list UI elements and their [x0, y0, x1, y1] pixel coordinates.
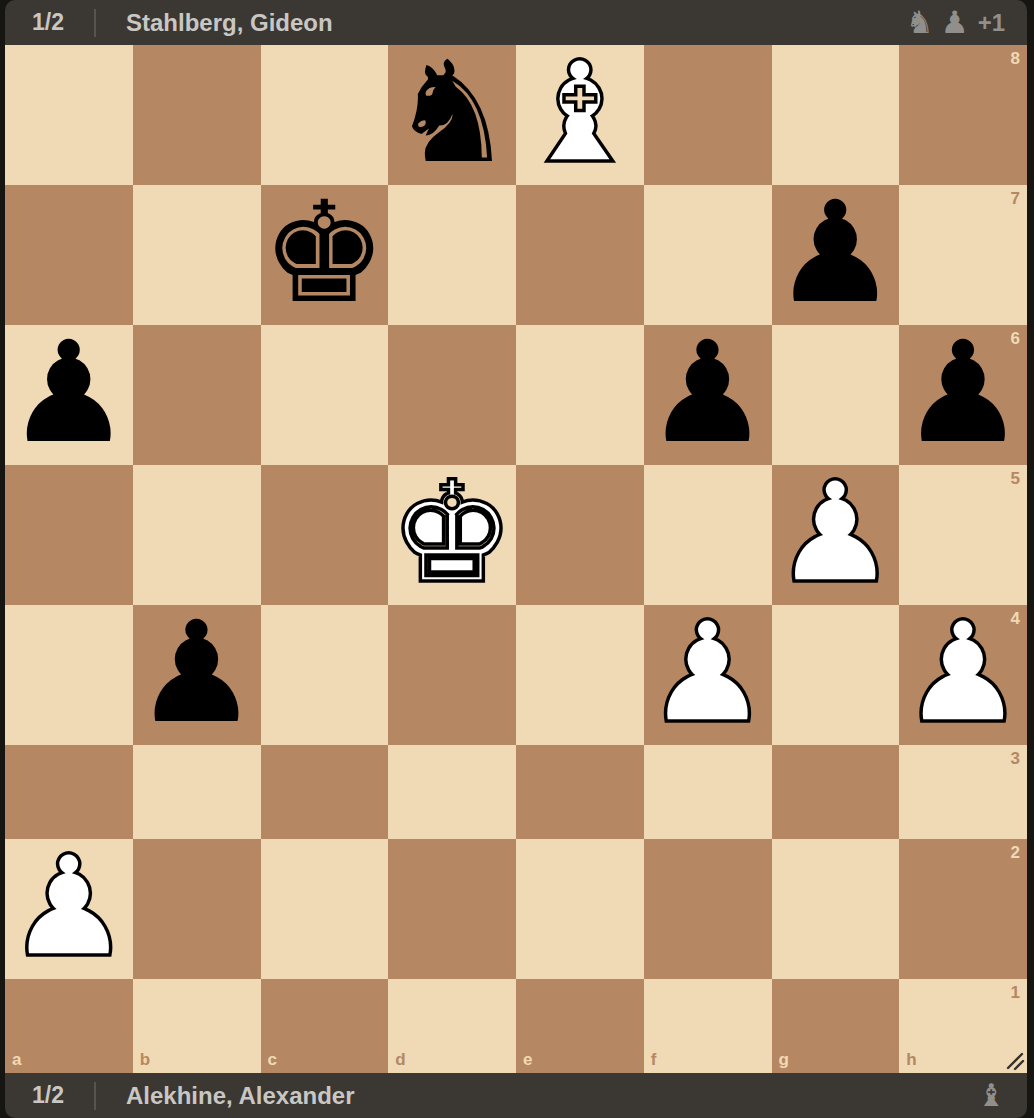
square-e8[interactable]: ♝ [516, 45, 644, 185]
square-a6[interactable]: ♟ [5, 325, 133, 465]
knight-icon: ♞ [906, 7, 934, 38]
white-pawn[interactable]: ♟ [773, 463, 899, 603]
square-f3[interactable] [644, 745, 772, 839]
square-f4[interactable]: ♟ [644, 605, 772, 745]
file-label-d: d [395, 1051, 405, 1068]
material-advantage-badge: +1 [978, 9, 1005, 37]
black-pawn[interactable]: ♟ [6, 323, 132, 463]
top-captured-pieces: ♞♟ [906, 7, 969, 38]
white-pawn[interactable]: ♟ [6, 837, 132, 977]
square-c8[interactable] [261, 45, 389, 185]
bottom-player-result: 1/2 [32, 1082, 82, 1109]
square-d2[interactable] [388, 839, 516, 979]
square-f8[interactable] [644, 45, 772, 185]
square-h4[interactable]: 4♟ [899, 605, 1027, 745]
square-d5[interactable]: ♚ [388, 465, 516, 605]
file-label-f: f [651, 1051, 657, 1068]
rank-label-2: 2 [1011, 844, 1020, 861]
square-c4[interactable] [261, 605, 389, 745]
square-g2[interactable] [772, 839, 900, 979]
square-f2[interactable] [644, 839, 772, 979]
square-e6[interactable] [516, 325, 644, 465]
square-f6[interactable]: ♟ [644, 325, 772, 465]
square-b3[interactable] [133, 745, 261, 839]
square-c3[interactable] [261, 745, 389, 839]
bottom-player-bar: 1/2 Alekhine, Alexander ♝ [5, 1073, 1027, 1118]
file-label-g: g [779, 1051, 789, 1068]
bar-separator [94, 9, 96, 37]
rank-label-3: 3 [1011, 750, 1020, 767]
bottom-captured-pieces: ♝ [977, 1080, 1005, 1111]
white-king[interactable]: ♚ [389, 463, 515, 603]
square-g7[interactable]: ♟ [772, 185, 900, 325]
black-king[interactable]: ♚ [262, 183, 388, 323]
square-g4[interactable] [772, 605, 900, 745]
square-h5[interactable]: 5 [899, 465, 1027, 605]
square-d7[interactable] [388, 185, 516, 325]
chess-board: ♞♝8♚♟7♟♟6♟♚♟5♟♟4♟3♟2abcdefg1h [5, 45, 1027, 1073]
file-label-c: c [268, 1051, 277, 1068]
chess-game-widget: 1/2 Stahlberg, Gideon ♞♟ +1 ♞♝8♚♟7♟♟6♟♚♟… [5, 0, 1027, 1118]
square-c5[interactable] [261, 465, 389, 605]
square-d8[interactable]: ♞ [388, 45, 516, 185]
square-d3[interactable] [388, 745, 516, 839]
file-label-b: b [140, 1051, 150, 1068]
square-g8[interactable] [772, 45, 900, 185]
pawn-icon: ♟ [941, 7, 969, 38]
white-pawn[interactable]: ♟ [900, 603, 1026, 743]
square-e7[interactable] [516, 185, 644, 325]
square-e4[interactable] [516, 605, 644, 745]
square-b2[interactable] [133, 839, 261, 979]
square-h8[interactable]: 8 [899, 45, 1027, 185]
square-a5[interactable] [5, 465, 133, 605]
square-a8[interactable] [5, 45, 133, 185]
white-pawn[interactable]: ♟ [645, 603, 771, 743]
white-bishop[interactable]: ♝ [517, 43, 643, 183]
bottom-player-name: Alekhine, Alexander [126, 1082, 355, 1110]
square-c1[interactable]: c [261, 979, 389, 1073]
square-f1[interactable]: f [644, 979, 772, 1073]
square-e3[interactable] [516, 745, 644, 839]
top-player-result: 1/2 [32, 9, 82, 36]
rank-label-7: 7 [1011, 190, 1020, 207]
rank-label-1: 1 [1011, 984, 1020, 1001]
square-e5[interactable] [516, 465, 644, 605]
square-f7[interactable] [644, 185, 772, 325]
square-h6[interactable]: 6♟ [899, 325, 1027, 465]
black-knight[interactable]: ♞ [389, 43, 515, 183]
top-player-bar: 1/2 Stahlberg, Gideon ♞♟ +1 [5, 0, 1027, 45]
square-b4[interactable]: ♟ [133, 605, 261, 745]
square-b8[interactable] [133, 45, 261, 185]
square-f5[interactable] [644, 465, 772, 605]
square-g5[interactable]: ♟ [772, 465, 900, 605]
black-pawn[interactable]: ♟ [645, 323, 771, 463]
square-e1[interactable]: e [516, 979, 644, 1073]
square-a7[interactable] [5, 185, 133, 325]
square-d1[interactable]: d [388, 979, 516, 1073]
square-h7[interactable]: 7 [899, 185, 1027, 325]
board-resize-handle-icon[interactable] [1004, 1050, 1026, 1072]
square-g3[interactable] [772, 745, 900, 839]
square-h3[interactable]: 3 [899, 745, 1027, 839]
square-b6[interactable] [133, 325, 261, 465]
black-pawn[interactable]: ♟ [900, 323, 1026, 463]
rank-label-5: 5 [1011, 470, 1020, 487]
square-g1[interactable]: g [772, 979, 900, 1073]
square-c6[interactable] [261, 325, 389, 465]
file-label-a: a [12, 1051, 21, 1068]
square-h2[interactable]: 2 [899, 839, 1027, 979]
rank-label-8: 8 [1011, 50, 1020, 67]
square-a1[interactable]: a [5, 979, 133, 1073]
black-pawn[interactable]: ♟ [773, 183, 899, 323]
file-label-h: h [906, 1051, 916, 1068]
square-e2[interactable] [516, 839, 644, 979]
square-b5[interactable] [133, 465, 261, 605]
square-d4[interactable] [388, 605, 516, 745]
square-b7[interactable] [133, 185, 261, 325]
bishop-icon: ♝ [977, 1080, 1005, 1111]
square-b1[interactable]: b [133, 979, 261, 1073]
square-a2[interactable]: ♟ [5, 839, 133, 979]
file-label-e: e [523, 1051, 532, 1068]
square-c2[interactable] [261, 839, 389, 979]
square-a4[interactable] [5, 605, 133, 745]
square-g6[interactable] [772, 325, 900, 465]
square-c7[interactable]: ♚ [261, 185, 389, 325]
black-pawn[interactable]: ♟ [134, 603, 260, 743]
bar-separator [94, 1082, 96, 1110]
top-player-name: Stahlberg, Gideon [126, 9, 333, 37]
square-d6[interactable] [388, 325, 516, 465]
